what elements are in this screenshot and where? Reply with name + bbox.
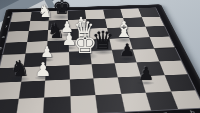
piece-shadow	[61, 46, 77, 50]
piece-shadow	[73, 38, 96, 44]
piece-shadow	[52, 14, 72, 19]
piece-shadow	[74, 27, 87, 31]
piece-shadow	[119, 57, 135, 61]
piece-shadow	[114, 37, 135, 43]
piece-shadow	[40, 58, 54, 62]
piece-shadow	[72, 52, 98, 59]
piece-shadow	[60, 33, 74, 37]
piece-shadow	[10, 76, 31, 82]
piece-shadow	[47, 37, 66, 42]
pieces-layer: ♚♞♟♟♞♝♛♟♛♚♟♟♟♞♟	[0, 0, 200, 113]
photo-scene: abcdefgh 87654321 ♚♞♟♟♞♝♛♟♛♚♟♟♟♞♟	[0, 0, 200, 113]
piece-shadow	[37, 18, 53, 22]
piece-shadow	[137, 81, 154, 86]
piece-shadow	[34, 76, 52, 81]
